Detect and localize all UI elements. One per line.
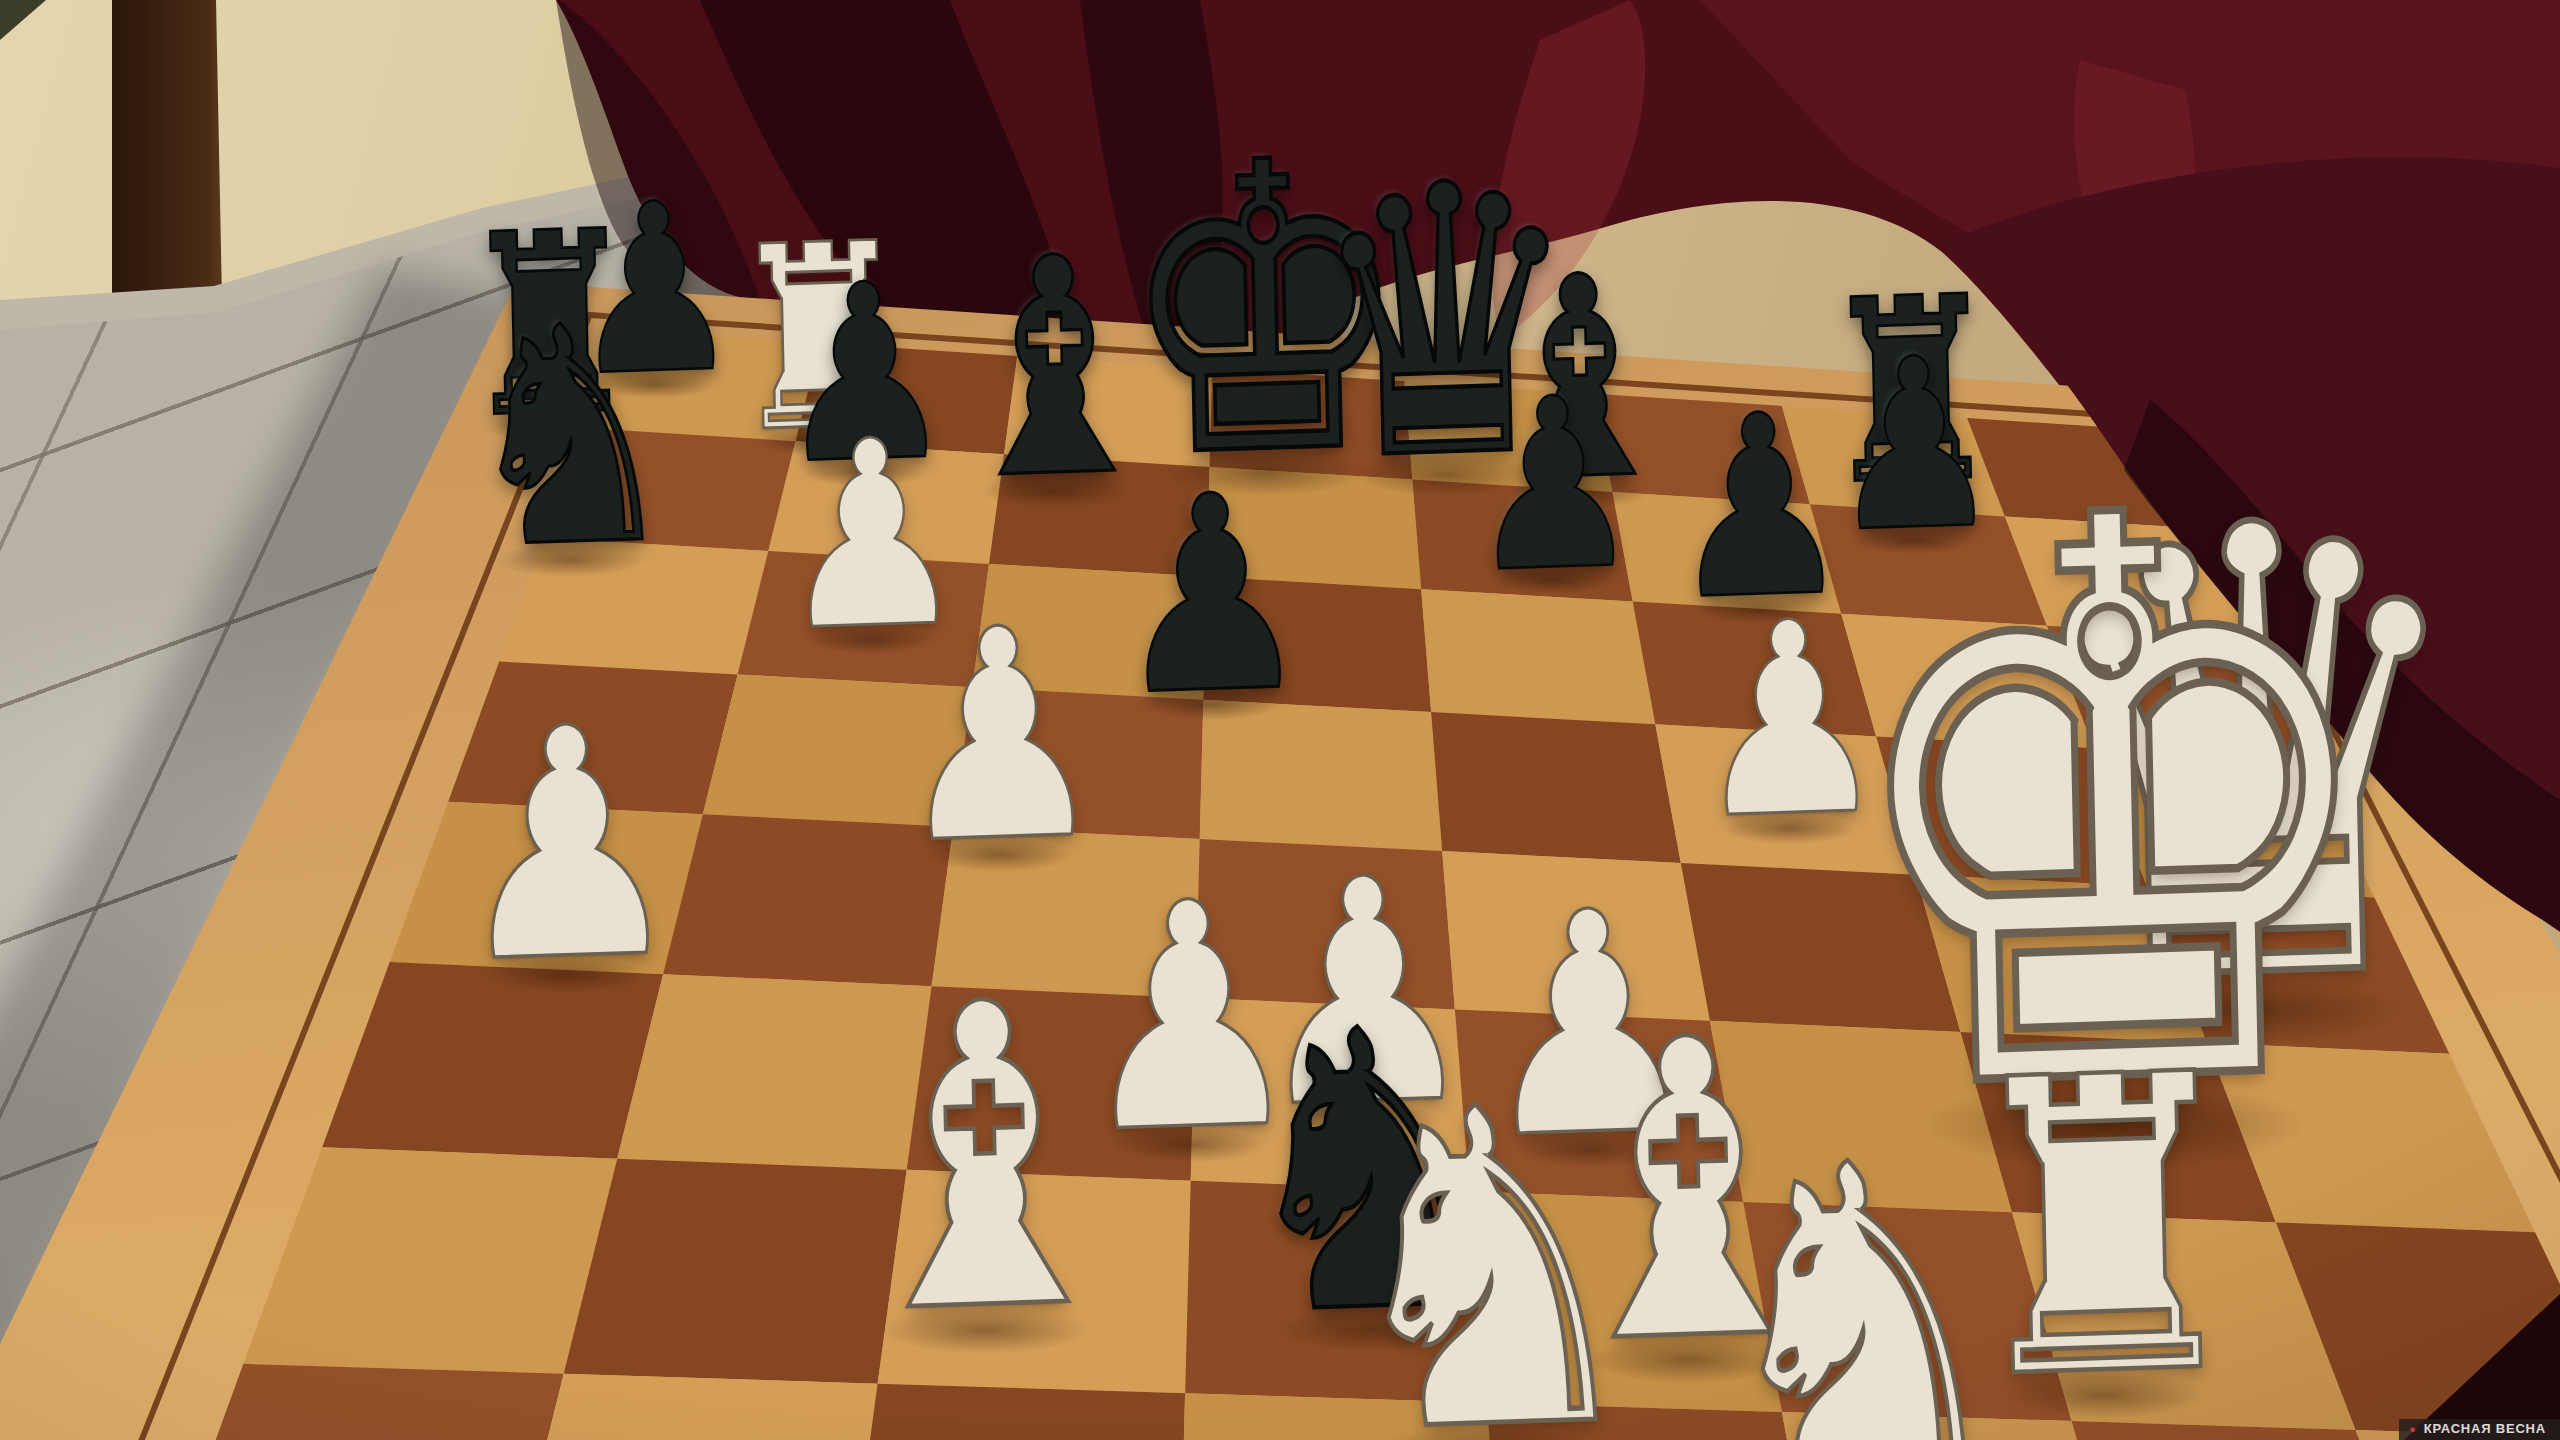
piece-glyph: ♞ [457, 284, 683, 590]
source-watermark: ● КРАСНАЯ ВЕСНА [2399, 1419, 2560, 1440]
piece-glyph: ♝ [827, 946, 1142, 1373]
photo-scene: ♚♛♝♜♜♜♟♝♟♟♟♞♟♟♟♟♟♛♟♟♟♟♚♝♞♝♜♞♞ ● КРАСНАЯ … [0, 0, 2560, 1440]
piece-glyph: ♟ [1110, 457, 1313, 732]
piece-glyph: ♟ [448, 684, 687, 1007]
piece-glyph: ♟ [1465, 364, 1643, 604]
piece-glyph: ♞ [1701, 1105, 2024, 1440]
piece-glyph: ♞ [1325, 1048, 1655, 1440]
watermark-dot-icon: ● [2409, 1423, 2416, 1435]
watermark-text: КРАСНАЯ ВЕСНА [2424, 1421, 2546, 1436]
